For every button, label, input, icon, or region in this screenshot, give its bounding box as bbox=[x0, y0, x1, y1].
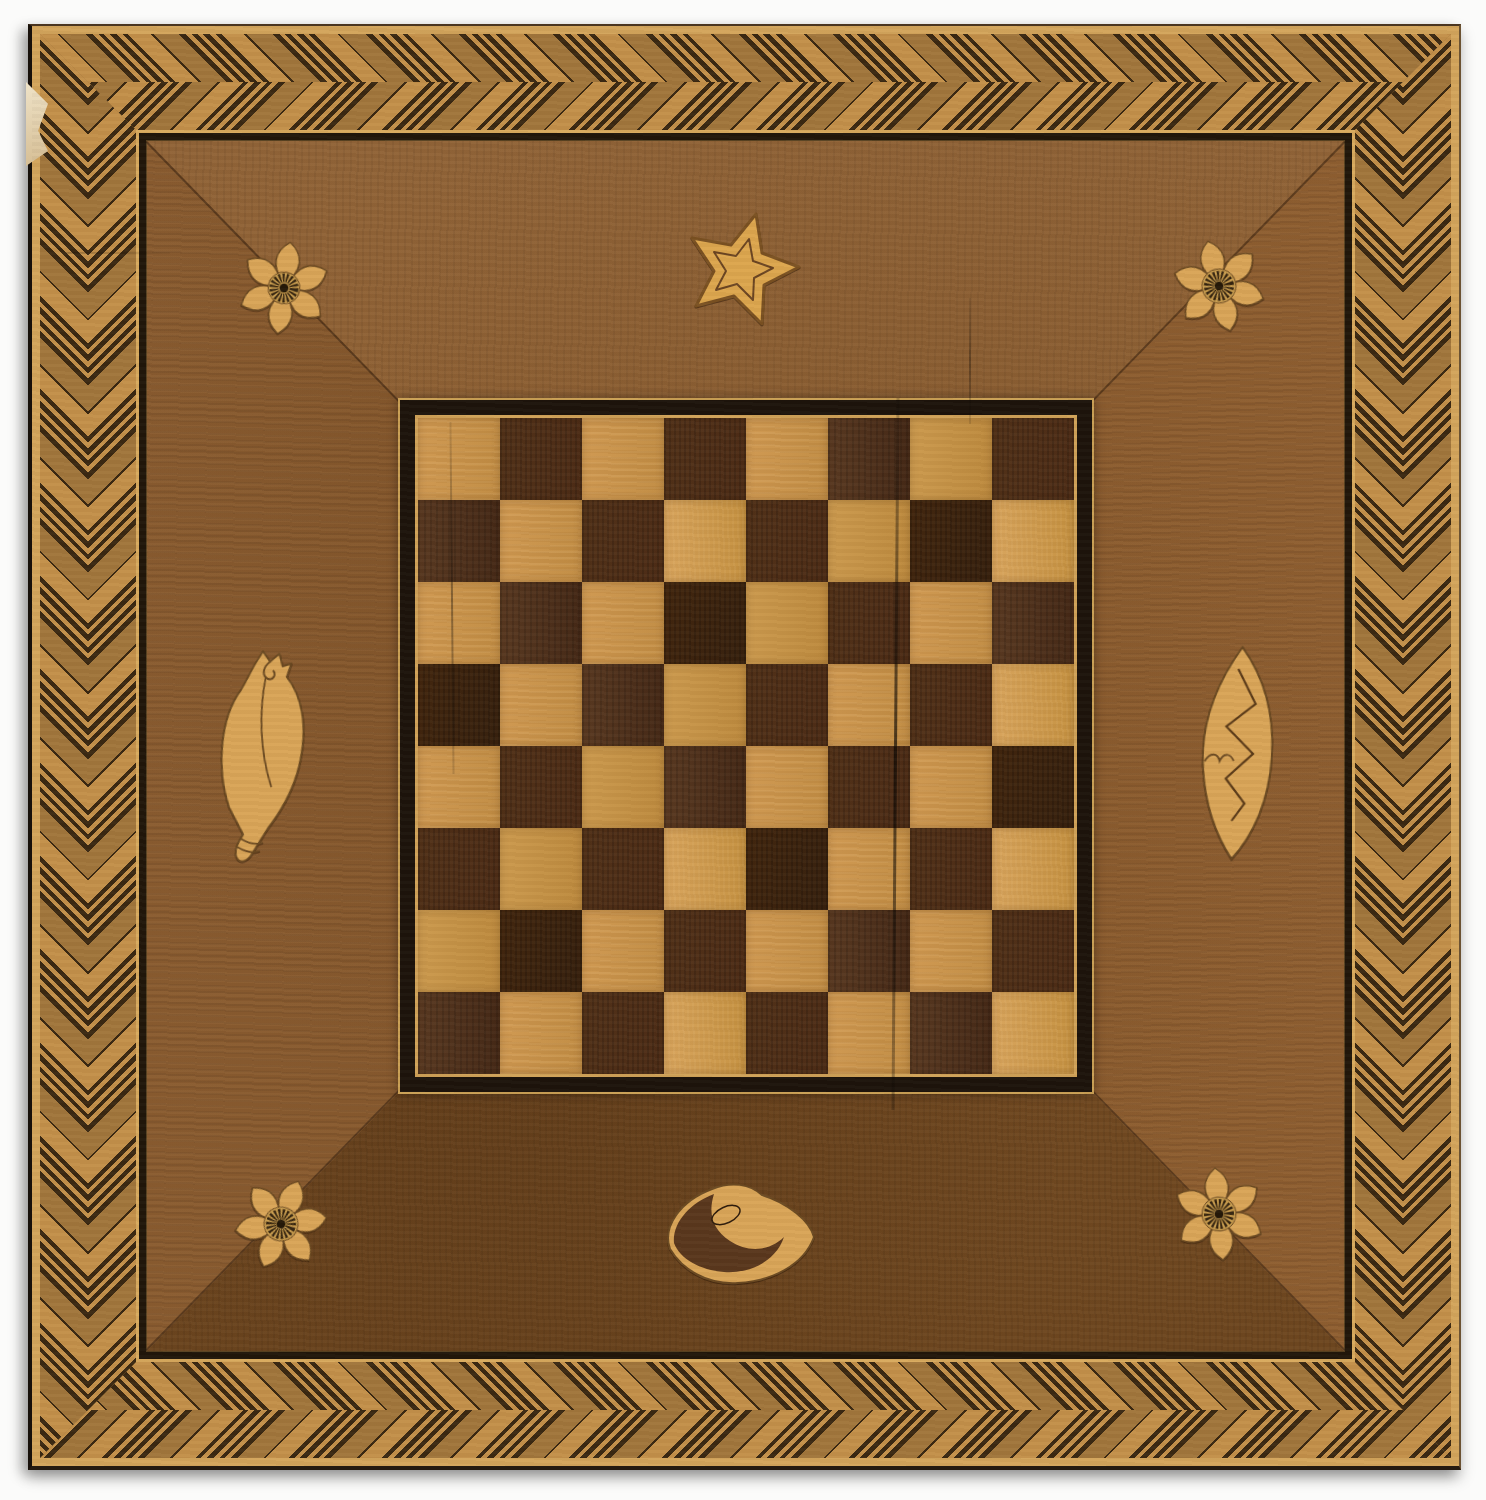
square-b3 bbox=[500, 828, 582, 910]
square-e6 bbox=[746, 582, 828, 664]
chevron-border-top bbox=[40, 34, 1451, 130]
square-f3 bbox=[828, 828, 910, 910]
square-h4 bbox=[992, 746, 1074, 828]
square-b8 bbox=[500, 418, 582, 500]
square-g5 bbox=[910, 664, 992, 746]
square-h2 bbox=[992, 910, 1074, 992]
square-a1 bbox=[418, 992, 500, 1074]
square-a5 bbox=[418, 664, 500, 746]
square-a6 bbox=[418, 582, 500, 664]
square-e2 bbox=[746, 910, 828, 992]
square-c5 bbox=[582, 664, 664, 746]
square-g8 bbox=[910, 418, 992, 500]
square-c1 bbox=[582, 992, 664, 1074]
square-d1 bbox=[664, 992, 746, 1074]
square-e5 bbox=[746, 664, 828, 746]
square-e3 bbox=[746, 828, 828, 910]
square-d3 bbox=[664, 828, 746, 910]
square-d2 bbox=[664, 910, 746, 992]
square-b1 bbox=[500, 992, 582, 1074]
square-h5 bbox=[992, 664, 1074, 746]
square-b2 bbox=[500, 910, 582, 992]
pinstripe-frame bbox=[136, 130, 1355, 1362]
chevron-border-left bbox=[40, 34, 136, 1458]
checkerboard-frame bbox=[398, 398, 1094, 1094]
square-d8 bbox=[664, 418, 746, 500]
square-h7 bbox=[992, 500, 1074, 582]
square-f6 bbox=[828, 582, 910, 664]
square-h3 bbox=[992, 828, 1074, 910]
walnut-field bbox=[147, 141, 1344, 1351]
square-h6 bbox=[992, 582, 1074, 664]
square-d4 bbox=[664, 746, 746, 828]
square-b4 bbox=[500, 746, 582, 828]
square-a8 bbox=[418, 418, 500, 500]
square-h1 bbox=[992, 992, 1074, 1074]
square-c8 bbox=[582, 418, 664, 500]
square-c6 bbox=[582, 582, 664, 664]
square-e7 bbox=[746, 500, 828, 582]
square-f1 bbox=[828, 992, 910, 1074]
square-d6 bbox=[664, 582, 746, 664]
chevron-border-right bbox=[1355, 34, 1451, 1458]
games-board bbox=[28, 24, 1461, 1470]
square-c3 bbox=[582, 828, 664, 910]
chevron-border-bottom bbox=[40, 1362, 1451, 1458]
square-f2 bbox=[828, 910, 910, 992]
square-d7 bbox=[664, 500, 746, 582]
square-g2 bbox=[910, 910, 992, 992]
square-f4 bbox=[828, 746, 910, 828]
square-a3 bbox=[418, 828, 500, 910]
chevron-border bbox=[40, 34, 1451, 1458]
square-b7 bbox=[500, 500, 582, 582]
square-d5 bbox=[664, 664, 746, 746]
square-g4 bbox=[910, 746, 992, 828]
chessboard-grid bbox=[418, 418, 1074, 1074]
square-b5 bbox=[500, 664, 582, 746]
square-a4 bbox=[418, 746, 500, 828]
square-f8 bbox=[828, 418, 910, 500]
square-a7 bbox=[418, 500, 500, 582]
square-a2 bbox=[418, 910, 500, 992]
square-g7 bbox=[910, 500, 992, 582]
square-h8 bbox=[992, 418, 1074, 500]
square-f7 bbox=[828, 500, 910, 582]
square-e8 bbox=[746, 418, 828, 500]
square-c7 bbox=[582, 500, 664, 582]
checkerboard-inner-pinstripe bbox=[415, 415, 1077, 1077]
square-g1 bbox=[910, 992, 992, 1074]
square-g6 bbox=[910, 582, 992, 664]
square-e1 bbox=[746, 992, 828, 1074]
square-c2 bbox=[582, 910, 664, 992]
square-b6 bbox=[500, 582, 582, 664]
square-c4 bbox=[582, 746, 664, 828]
square-f5 bbox=[828, 664, 910, 746]
square-g3 bbox=[910, 828, 992, 910]
square-e4 bbox=[746, 746, 828, 828]
